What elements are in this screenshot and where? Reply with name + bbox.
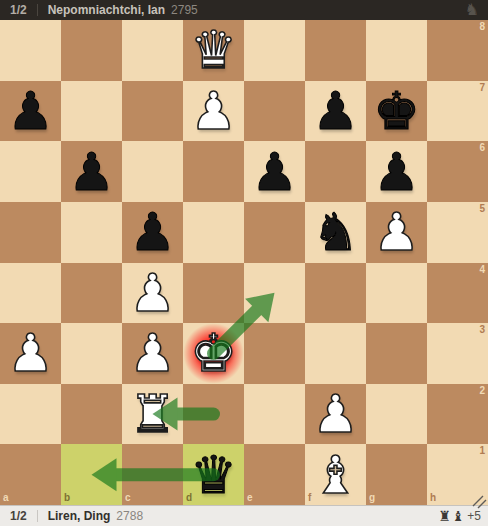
rank-label-4: 4 (479, 265, 485, 275)
board-area: ♛8♟♟♟♚7♟♟♟6♟♞♟5♟4♟♟♚3♜♟2abc♛de♝fgh1 (0, 20, 488, 505)
top-material-diff: ♞ (465, 2, 481, 18)
bottom-player-bar: 1/2 Liren, Ding 2788 ♜ ♝ +5 (0, 505, 488, 526)
top-bar-divider (37, 4, 38, 16)
square-b3[interactable] (61, 323, 122, 384)
square-e3[interactable] (244, 323, 305, 384)
square-b2[interactable] (61, 384, 122, 445)
square-f8[interactable] (305, 20, 366, 81)
white-pawn-f2[interactable]: ♟ (305, 384, 366, 445)
bottom-bar-divider (37, 510, 38, 522)
rank-label-2: 2 (479, 386, 485, 396)
square-f3[interactable] (305, 323, 366, 384)
bottom-material-diff: ♜ ♝ +5 (438, 509, 481, 523)
square-f1[interactable]: ♝f (305, 444, 366, 505)
square-h3[interactable]: 3 (427, 323, 488, 384)
bishop-icon: ♝ (452, 509, 465, 523)
square-f6[interactable] (305, 141, 366, 202)
chess-app: 1/2 Nepomniachtchi, Ian 2795 ♞ ♛8♟♟♟♚7♟♟… (0, 0, 488, 526)
file-label-e: e (247, 493, 253, 503)
square-a5[interactable] (0, 202, 61, 263)
white-pawn-c3[interactable]: ♟ (122, 323, 183, 384)
square-c5[interactable]: ♟ (122, 202, 183, 263)
knight-icon: ♞ (465, 2, 479, 18)
square-e8[interactable] (244, 20, 305, 81)
square-g1[interactable]: g (366, 444, 427, 505)
white-queen-d8[interactable]: ♛ (183, 20, 244, 81)
square-g4[interactable] (366, 263, 427, 324)
square-d3[interactable]: ♚ (183, 323, 244, 384)
white-pawn-d7[interactable]: ♟ (183, 81, 244, 142)
square-a7[interactable]: ♟ (0, 81, 61, 142)
square-f2[interactable]: ♟ (305, 384, 366, 445)
file-label-h: h (430, 493, 436, 503)
square-c8[interactable] (122, 20, 183, 81)
square-c2[interactable]: ♜ (122, 384, 183, 445)
square-e7[interactable] (244, 81, 305, 142)
square-d5[interactable] (183, 202, 244, 263)
square-b8[interactable] (61, 20, 122, 81)
file-label-a: a (3, 493, 9, 503)
black-pawn-e6[interactable]: ♟ (244, 141, 305, 202)
square-f7[interactable]: ♟ (305, 81, 366, 142)
square-h5[interactable]: 5 (427, 202, 488, 263)
top-score: 1/2 (0, 3, 37, 17)
square-c7[interactable] (122, 81, 183, 142)
square-a1[interactable]: a (0, 444, 61, 505)
square-d1[interactable]: ♛d (183, 444, 244, 505)
square-h6[interactable]: 6 (427, 141, 488, 202)
square-h7[interactable]: 7 (427, 81, 488, 142)
black-pawn-f7[interactable]: ♟ (305, 81, 366, 142)
square-c4[interactable]: ♟ (122, 263, 183, 324)
black-king-g7[interactable]: ♚ (366, 81, 427, 142)
square-f4[interactable] (305, 263, 366, 324)
square-h8[interactable]: 8 (427, 20, 488, 81)
white-rook-c2[interactable]: ♜ (122, 384, 183, 445)
bottom-player-rating: 2788 (116, 509, 143, 523)
rank-label-1: 1 (479, 446, 485, 456)
file-label-b: b (64, 493, 70, 503)
white-pawn-a3[interactable]: ♟ (0, 323, 61, 384)
square-b7[interactable] (61, 81, 122, 142)
rank-label-8: 8 (479, 22, 485, 32)
board-resize-handle[interactable] (471, 494, 487, 509)
bottom-player-name[interactable]: Liren, Ding (48, 509, 111, 523)
rank-label-3: 3 (479, 325, 485, 335)
black-pawn-c5[interactable]: ♟ (122, 202, 183, 263)
rank-label-5: 5 (479, 204, 485, 214)
square-c6[interactable] (122, 141, 183, 202)
square-e2[interactable] (244, 384, 305, 445)
file-label-c: c (125, 493, 131, 503)
square-g6[interactable]: ♟ (366, 141, 427, 202)
square-h4[interactable]: 4 (427, 263, 488, 324)
white-king-d3[interactable]: ♚ (183, 323, 244, 384)
top-player-name[interactable]: Nepomniachtchi, Ian (48, 3, 165, 17)
bottom-score: 1/2 (0, 509, 37, 523)
top-player-bar: 1/2 Nepomniachtchi, Ian 2795 ♞ (0, 0, 488, 20)
black-pawn-b6[interactable]: ♟ (61, 141, 122, 202)
square-b1[interactable]: b (61, 444, 122, 505)
square-d7[interactable]: ♟ (183, 81, 244, 142)
square-f5[interactable]: ♞ (305, 202, 366, 263)
black-knight-f5[interactable]: ♞ (305, 202, 366, 263)
square-c3[interactable]: ♟ (122, 323, 183, 384)
black-pawn-g6[interactable]: ♟ (366, 141, 427, 202)
square-g7[interactable]: ♚ (366, 81, 427, 142)
square-g3[interactable] (366, 323, 427, 384)
white-pawn-c4[interactable]: ♟ (122, 263, 183, 324)
square-a8[interactable] (0, 20, 61, 81)
white-pawn-g5[interactable]: ♟ (366, 202, 427, 263)
square-c1[interactable]: c (122, 444, 183, 505)
rook-icon: ♜ (438, 509, 451, 523)
square-a2[interactable] (0, 384, 61, 445)
square-d4[interactable] (183, 263, 244, 324)
square-a4[interactable] (0, 263, 61, 324)
chess-board: ♛8♟♟♟♚7♟♟♟6♟♞♟5♟4♟♟♚3♜♟2abc♛de♝fgh1 (0, 20, 488, 505)
square-e1[interactable]: e (244, 444, 305, 505)
square-d6[interactable] (183, 141, 244, 202)
black-queen-d1[interactable]: ♛ (183, 444, 244, 505)
square-d8[interactable]: ♛ (183, 20, 244, 81)
square-g2[interactable] (366, 384, 427, 445)
rank-label-6: 6 (479, 143, 485, 153)
square-e4[interactable] (244, 263, 305, 324)
square-g5[interactable]: ♟ (366, 202, 427, 263)
square-g8[interactable] (366, 20, 427, 81)
square-a3[interactable]: ♟ (0, 323, 61, 384)
square-b6[interactable]: ♟ (61, 141, 122, 202)
square-b4[interactable] (61, 263, 122, 324)
square-d2[interactable] (183, 384, 244, 445)
white-bishop-f1[interactable]: ♝ (305, 444, 366, 505)
file-label-g: g (369, 493, 375, 503)
square-e6[interactable]: ♟ (244, 141, 305, 202)
black-pawn-a7[interactable]: ♟ (0, 81, 61, 142)
top-player-rating: 2795 (171, 3, 198, 17)
square-e5[interactable] (244, 202, 305, 263)
material-advantage: +5 (467, 509, 481, 523)
square-h2[interactable]: 2 (427, 384, 488, 445)
square-a6[interactable] (0, 141, 61, 202)
rank-label-7: 7 (479, 83, 485, 93)
square-b5[interactable] (61, 202, 122, 263)
